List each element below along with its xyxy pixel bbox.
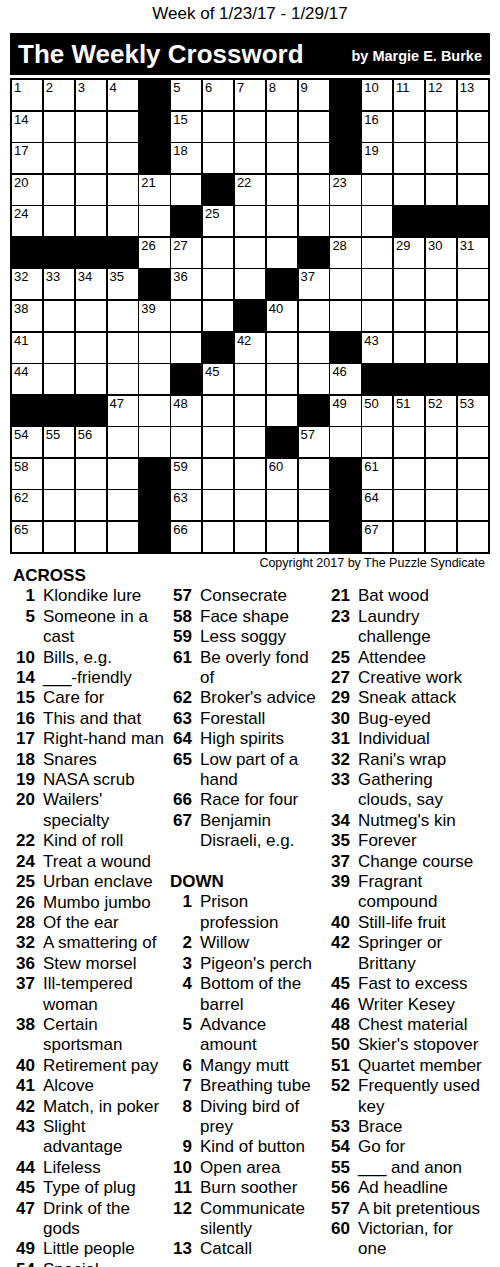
clue-text: Quartet member <box>358 1056 500 1076</box>
white-cell[interactable] <box>267 364 297 394</box>
white-cell[interactable] <box>458 112 488 142</box>
clue-down-12: 12Communicate silently <box>167 1199 325 1240</box>
clue-number: 63 <box>167 709 200 729</box>
white-cell[interactable] <box>44 522 74 552</box>
white-cell[interactable] <box>203 427 233 457</box>
white-cell[interactable]: 5 <box>171 80 201 110</box>
white-cell[interactable]: 62 <box>12 490 42 520</box>
clue-number: 35 <box>325 831 358 851</box>
white-cell[interactable] <box>267 206 297 236</box>
clue-text: Individual <box>358 729 500 749</box>
clue-number: 59 <box>167 627 200 647</box>
white-cell[interactable] <box>299 143 329 173</box>
white-cell[interactable] <box>426 522 456 552</box>
white-cell[interactable] <box>458 269 488 299</box>
clue-text: Type of plug <box>43 1178 167 1198</box>
white-cell[interactable] <box>394 333 424 363</box>
clue-number: 54 <box>325 1137 358 1157</box>
cell-number: 14 <box>14 113 28 126</box>
clue-across-61: 61Be overly fond of <box>167 648 325 689</box>
clue-text: Match, in poker <box>43 1097 167 1117</box>
white-cell[interactable] <box>235 427 265 457</box>
cell-number: 31 <box>460 239 474 252</box>
white-cell[interactable]: 63 <box>171 490 201 520</box>
cell-number: 58 <box>14 460 28 473</box>
clue-number: 44 <box>10 1158 43 1178</box>
white-cell[interactable] <box>267 112 297 142</box>
white-cell[interactable]: 46 <box>330 364 360 394</box>
white-cell[interactable] <box>362 427 392 457</box>
white-cell[interactable] <box>394 427 424 457</box>
white-cell[interactable] <box>330 301 360 331</box>
clue-number: 37 <box>325 852 358 872</box>
white-cell[interactable]: 47 <box>108 396 138 426</box>
white-cell[interactable] <box>76 175 106 205</box>
white-cell[interactable]: 32 <box>12 269 42 299</box>
white-cell[interactable] <box>458 301 488 331</box>
clue-number: 38 <box>10 1015 43 1056</box>
white-cell[interactable]: 39 <box>139 301 169 331</box>
white-cell[interactable] <box>139 333 169 363</box>
cell-number: 65 <box>14 523 28 536</box>
cell-number: 36 <box>173 270 187 283</box>
white-cell[interactable] <box>267 333 297 363</box>
black-cell <box>330 80 360 110</box>
black-cell <box>330 112 360 142</box>
white-cell[interactable] <box>267 175 297 205</box>
white-cell[interactable] <box>235 143 265 173</box>
white-cell[interactable]: 23 <box>330 175 360 205</box>
white-cell[interactable]: 29 <box>394 238 424 268</box>
white-cell[interactable] <box>394 175 424 205</box>
white-cell[interactable] <box>362 269 392 299</box>
clue-text: Benjamin Disraeli, e.g. <box>200 811 325 852</box>
white-cell[interactable] <box>426 269 456 299</box>
cell-number: 53 <box>460 397 474 410</box>
white-cell[interactable] <box>362 175 392 205</box>
cell-number: 3 <box>78 81 85 94</box>
white-cell[interactable] <box>458 175 488 205</box>
clue-text: Kind of button <box>200 1137 325 1157</box>
white-cell[interactable]: 4 <box>108 80 138 110</box>
white-cell[interactable] <box>44 333 74 363</box>
white-cell[interactable]: 56 <box>76 427 106 457</box>
white-cell[interactable]: 49 <box>330 396 360 426</box>
white-cell[interactable] <box>426 490 456 520</box>
white-cell[interactable] <box>203 143 233 173</box>
white-cell[interactable]: 34 <box>76 269 106 299</box>
black-cell <box>458 364 488 394</box>
clue-across-26: 26Mumbo jumbo <box>10 893 167 913</box>
clue-text: Snares <box>43 750 167 770</box>
white-cell[interactable]: 14 <box>12 112 42 142</box>
white-cell[interactable] <box>76 333 106 363</box>
white-cell[interactable] <box>235 522 265 552</box>
clue-down-30: 30Bug-eyed <box>325 709 500 729</box>
white-cell[interactable] <box>44 364 74 394</box>
clue-text: Willow <box>200 933 325 953</box>
white-cell[interactable] <box>299 175 329 205</box>
clue-number: 6 <box>167 1056 200 1076</box>
white-cell[interactable]: 50 <box>362 396 392 426</box>
clue-number: 10 <box>10 648 43 668</box>
clue-number: 52 <box>325 1076 358 1117</box>
white-cell[interactable]: 31 <box>458 238 488 268</box>
cell-number: 34 <box>78 270 92 283</box>
white-cell[interactable] <box>108 143 138 173</box>
white-cell[interactable] <box>44 206 74 236</box>
white-cell[interactable] <box>394 269 424 299</box>
clue-text: Prison profession <box>200 892 325 933</box>
white-cell[interactable] <box>76 522 106 552</box>
white-cell[interactable] <box>267 490 297 520</box>
clue-across-47: 47Drink of the gods <box>10 1199 167 1240</box>
cell-number: 60 <box>269 460 283 473</box>
clue-text: Mangy mutt <box>200 1056 325 1076</box>
white-cell[interactable]: 65 <box>12 522 42 552</box>
white-cell[interactable] <box>458 459 488 489</box>
cell-number: 42 <box>237 334 251 347</box>
white-cell[interactable]: 11 <box>394 80 424 110</box>
clue-text: Care for <box>43 688 167 708</box>
clue-across-14: 14___-friendly <box>10 668 167 688</box>
white-cell[interactable]: 58 <box>12 459 42 489</box>
white-cell[interactable]: 19 <box>362 143 392 173</box>
white-cell[interactable]: 16 <box>362 112 392 142</box>
white-cell[interactable] <box>458 427 488 457</box>
cell-number: 41 <box>14 334 28 347</box>
clue-across-43: 43Slight advantage <box>10 1117 167 1158</box>
white-cell[interactable]: 57 <box>299 427 329 457</box>
white-cell[interactable] <box>330 206 360 236</box>
white-cell[interactable] <box>299 112 329 142</box>
white-cell[interactable] <box>235 364 265 394</box>
white-cell[interactable] <box>267 522 297 552</box>
black-cell <box>139 112 169 142</box>
white-cell[interactable] <box>44 459 74 489</box>
white-cell[interactable]: 44 <box>12 364 42 394</box>
clue-across-63: 63Forestall <box>167 709 325 729</box>
clue-text: Face shape <box>200 607 325 627</box>
white-cell[interactable] <box>394 143 424 173</box>
white-cell[interactable] <box>171 427 201 457</box>
black-cell <box>139 459 169 489</box>
white-cell[interactable] <box>76 364 106 394</box>
clue-text: Klondike lure <box>43 586 167 606</box>
clue-text: Advance amount <box>200 1015 325 1056</box>
white-cell[interactable] <box>203 522 233 552</box>
white-cell[interactable]: 37 <box>299 269 329 299</box>
white-cell[interactable] <box>139 206 169 236</box>
white-cell[interactable] <box>171 333 201 363</box>
white-cell[interactable]: 45 <box>203 364 233 394</box>
white-cell[interactable] <box>139 364 169 394</box>
white-cell[interactable] <box>362 238 392 268</box>
clue-number: 5 <box>167 1015 200 1056</box>
white-cell[interactable] <box>44 490 74 520</box>
clue-across-28: 28Of the ear <box>10 913 167 933</box>
white-cell[interactable]: 25 <box>203 206 233 236</box>
white-cell[interactable] <box>235 490 265 520</box>
white-cell[interactable] <box>426 459 456 489</box>
white-cell[interactable] <box>394 301 424 331</box>
clue-text: Ill-tempered woman <box>43 974 167 1015</box>
white-cell[interactable] <box>44 301 74 331</box>
black-cell <box>76 238 106 268</box>
cell-number: 50 <box>364 397 378 410</box>
white-cell[interactable]: 41 <box>12 333 42 363</box>
clue-across-38: 38Certain sportsman <box>10 1015 167 1056</box>
white-cell[interactable]: 26 <box>139 238 169 268</box>
clue-text: Urban enclave <box>43 872 167 892</box>
white-cell[interactable] <box>426 333 456 363</box>
white-cell[interactable] <box>235 112 265 142</box>
white-cell[interactable] <box>299 459 329 489</box>
clue-text: Burn soother <box>200 1178 325 1198</box>
white-cell[interactable] <box>139 396 169 426</box>
clue-number: 4 <box>167 974 200 1015</box>
white-cell[interactable] <box>44 143 74 173</box>
white-cell[interactable]: 18 <box>171 143 201 173</box>
white-cell[interactable] <box>76 459 106 489</box>
white-cell[interactable] <box>108 206 138 236</box>
clue-down-6: 6Mangy mutt <box>167 1056 325 1076</box>
white-cell[interactable] <box>139 427 169 457</box>
white-cell[interactable] <box>171 301 201 331</box>
white-cell[interactable]: 7 <box>235 80 265 110</box>
white-cell[interactable] <box>235 396 265 426</box>
clue-number: 34 <box>325 811 358 831</box>
white-cell[interactable] <box>108 112 138 142</box>
clue-number: 7 <box>167 1076 200 1096</box>
white-cell[interactable]: 13 <box>458 80 488 110</box>
white-cell[interactable] <box>203 112 233 142</box>
cell-number: 2 <box>46 81 53 94</box>
white-cell[interactable]: 35 <box>108 269 138 299</box>
white-cell[interactable]: 33 <box>44 269 74 299</box>
clue-down-35: 35Forever <box>325 831 500 851</box>
white-cell[interactable]: 10 <box>362 80 392 110</box>
white-cell[interactable] <box>426 175 456 205</box>
white-cell[interactable]: 61 <box>362 459 392 489</box>
white-cell[interactable] <box>203 269 233 299</box>
white-cell[interactable]: 6 <box>203 80 233 110</box>
white-cell[interactable]: 1 <box>12 80 42 110</box>
white-cell[interactable] <box>299 333 329 363</box>
white-cell[interactable] <box>108 459 138 489</box>
white-cell[interactable] <box>44 112 74 142</box>
clue-number: 46 <box>325 995 358 1015</box>
white-cell[interactable] <box>76 143 106 173</box>
clue-number: 67 <box>167 811 200 852</box>
clue-down-39: 39Fragrant compound <box>325 872 500 913</box>
white-cell[interactable]: 15 <box>171 112 201 142</box>
white-cell[interactable] <box>203 490 233 520</box>
white-cell[interactable]: 59 <box>171 459 201 489</box>
black-cell <box>44 396 74 426</box>
cell-number: 56 <box>78 428 92 441</box>
clue-text: Catcall <box>200 1239 325 1259</box>
white-cell[interactable] <box>108 301 138 331</box>
white-cell[interactable] <box>330 427 360 457</box>
clue-number: 43 <box>10 1117 43 1158</box>
clue-number: 56 <box>325 1178 358 1198</box>
white-cell[interactable] <box>267 143 297 173</box>
white-cell[interactable] <box>108 175 138 205</box>
white-cell[interactable]: 28 <box>330 238 360 268</box>
white-cell[interactable]: 66 <box>171 522 201 552</box>
cell-number: 13 <box>460 81 474 94</box>
clue-across-10: 10Bills, e.g. <box>10 648 167 668</box>
white-cell[interactable]: 51 <box>394 396 424 426</box>
white-cell[interactable] <box>330 269 360 299</box>
clue-text: Change course <box>358 852 500 872</box>
white-cell[interactable] <box>108 364 138 394</box>
white-cell[interactable]: 53 <box>458 396 488 426</box>
white-cell[interactable]: 48 <box>171 396 201 426</box>
clue-down-46: 46Writer Kesey <box>325 995 500 1015</box>
white-cell[interactable]: 12 <box>426 80 456 110</box>
clue-text: Diving bird of prey <box>200 1097 325 1138</box>
white-cell[interactable]: 36 <box>171 269 201 299</box>
white-cell[interactable] <box>203 459 233 489</box>
black-cell <box>139 490 169 520</box>
cell-number: 1 <box>14 81 21 94</box>
white-cell[interactable]: 52 <box>426 396 456 426</box>
white-cell[interactable]: 30 <box>426 238 456 268</box>
white-cell[interactable] <box>108 522 138 552</box>
cell-number: 46 <box>332 365 346 378</box>
white-cell[interactable]: 60 <box>267 459 297 489</box>
black-cell <box>394 206 424 236</box>
white-cell[interactable]: 67 <box>362 522 392 552</box>
clue-across-16: 16This and that <box>10 709 167 729</box>
white-cell[interactable] <box>235 459 265 489</box>
clue-across-25: 25Urban enclave <box>10 872 167 892</box>
week-range-header: Week of 1/23/17 - 1/29/17 <box>0 4 500 24</box>
clue-down-51: 51Quartet member <box>325 1056 500 1076</box>
clue-text: Still-life fruit <box>358 913 500 933</box>
white-cell[interactable] <box>394 522 424 552</box>
cell-number: 52 <box>428 397 442 410</box>
white-cell[interactable] <box>203 301 233 331</box>
white-cell[interactable] <box>362 206 392 236</box>
clue-number: 25 <box>325 648 358 668</box>
cell-number: 15 <box>173 113 187 126</box>
white-cell[interactable] <box>426 143 456 173</box>
white-cell[interactable]: 8 <box>267 80 297 110</box>
white-cell[interactable] <box>458 522 488 552</box>
cell-number: 40 <box>269 302 283 315</box>
clue-down-34: 34Nutmeg's kin <box>325 811 500 831</box>
black-cell <box>426 206 456 236</box>
white-cell[interactable]: 38 <box>12 301 42 331</box>
cell-number: 19 <box>364 144 378 157</box>
white-cell[interactable] <box>171 175 201 205</box>
white-cell[interactable] <box>108 427 138 457</box>
cell-number: 47 <box>110 397 124 410</box>
white-cell[interactable] <box>203 396 233 426</box>
white-cell[interactable] <box>299 206 329 236</box>
clue-down-55: 55___ and anon <box>325 1158 500 1178</box>
white-cell[interactable] <box>426 301 456 331</box>
white-cell[interactable] <box>394 490 424 520</box>
clue-number: 13 <box>167 1239 200 1259</box>
clue-across-17: 17Right-hand man <box>10 729 167 749</box>
clue-across-1: 1Klondike lure <box>10 586 167 606</box>
white-cell[interactable]: 20 <box>12 175 42 205</box>
black-cell <box>139 80 169 110</box>
clue-across-18: 18Snares <box>10 750 167 770</box>
white-cell[interactable] <box>203 238 233 268</box>
clue-text: Victorian, for one <box>358 1219 500 1260</box>
white-cell[interactable] <box>426 427 456 457</box>
white-cell[interactable]: 54 <box>12 427 42 457</box>
white-cell[interactable] <box>299 522 329 552</box>
cell-number: 9 <box>301 81 308 94</box>
white-cell[interactable]: 40 <box>267 301 297 331</box>
white-cell[interactable] <box>426 112 456 142</box>
white-cell[interactable]: 24 <box>12 206 42 236</box>
white-cell[interactable] <box>108 333 138 363</box>
white-cell[interactable]: 64 <box>362 490 392 520</box>
white-cell[interactable] <box>235 238 265 268</box>
cell-number: 23 <box>332 176 346 189</box>
white-cell[interactable] <box>235 206 265 236</box>
white-cell[interactable] <box>267 396 297 426</box>
white-cell[interactable] <box>76 206 106 236</box>
white-cell[interactable]: 42 <box>235 333 265 363</box>
clue-text: Be overly fond of <box>200 648 325 689</box>
white-cell[interactable]: 27 <box>171 238 201 268</box>
white-cell[interactable] <box>267 238 297 268</box>
clue-down-31: 31Individual <box>325 729 500 749</box>
white-cell[interactable] <box>394 112 424 142</box>
white-cell[interactable]: 43 <box>362 333 392 363</box>
white-cell[interactable] <box>299 490 329 520</box>
white-cell[interactable] <box>458 143 488 173</box>
black-cell <box>44 238 74 268</box>
clue-text: Less soggy <box>200 627 325 647</box>
white-cell[interactable] <box>299 301 329 331</box>
clue-text: Retirement pay <box>43 1056 167 1076</box>
white-cell[interactable] <box>76 490 106 520</box>
white-cell[interactable]: 55 <box>44 427 74 457</box>
white-cell[interactable] <box>362 301 392 331</box>
white-cell[interactable] <box>235 269 265 299</box>
white-cell[interactable] <box>458 490 488 520</box>
white-cell[interactable] <box>76 112 106 142</box>
white-cell[interactable] <box>394 459 424 489</box>
cell-number: 25 <box>205 207 219 220</box>
clue-number: 24 <box>10 852 43 872</box>
white-cell[interactable]: 9 <box>299 80 329 110</box>
white-cell[interactable] <box>44 175 74 205</box>
white-cell[interactable] <box>76 301 106 331</box>
clue-column-2: 57Consecrate58Face shape59Less soggy61Be… <box>167 566 325 1267</box>
white-cell[interactable] <box>108 490 138 520</box>
white-cell[interactable]: 2 <box>44 80 74 110</box>
clue-number: 15 <box>10 688 43 708</box>
white-cell[interactable]: 3 <box>76 80 106 110</box>
cell-number: 33 <box>46 270 60 283</box>
clue-text: Special delivery? <box>43 1260 167 1267</box>
white-cell[interactable]: 22 <box>235 175 265 205</box>
white-cell[interactable]: 21 <box>139 175 169 205</box>
white-cell[interactable] <box>299 364 329 394</box>
white-cell[interactable]: 17 <box>12 143 42 173</box>
white-cell[interactable] <box>458 333 488 363</box>
